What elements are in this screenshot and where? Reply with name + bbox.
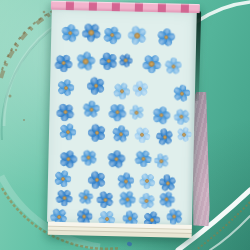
pressed-flower xyxy=(56,190,72,206)
pressed-flower xyxy=(57,103,74,120)
pressed-flower xyxy=(139,173,154,188)
pressed-flower xyxy=(60,124,76,140)
pressed-flower xyxy=(159,192,174,207)
pressed-flower xyxy=(82,23,100,41)
pressed-flower xyxy=(97,192,113,208)
pressed-flower xyxy=(100,52,117,69)
pressed-flower xyxy=(55,171,71,187)
pressed-flower xyxy=(76,52,94,70)
pressed-flower xyxy=(160,175,176,191)
flower-center xyxy=(83,59,88,64)
pressed-flower xyxy=(154,154,168,168)
pressed-flower xyxy=(128,26,146,44)
pressed-flower xyxy=(142,55,160,73)
pressed-flower xyxy=(60,150,77,167)
pressed-flower xyxy=(113,126,129,142)
pressed-flower xyxy=(119,191,135,207)
photo-scene xyxy=(0,0,250,250)
flower-center xyxy=(134,111,138,115)
pressed-flower xyxy=(139,193,154,208)
pressed-flower xyxy=(165,58,181,74)
pressed-flower xyxy=(119,54,132,67)
pressed-flower xyxy=(157,129,173,145)
pressed-flower xyxy=(58,80,74,96)
pressed-flower xyxy=(174,86,190,102)
pressed-flower xyxy=(108,151,125,168)
pressed-flower xyxy=(132,81,147,96)
pressed-flower xyxy=(87,77,104,94)
pressed-flower xyxy=(118,173,134,189)
pressed-flower xyxy=(104,26,121,43)
pressed-flower xyxy=(62,24,79,41)
flower-center xyxy=(84,196,88,200)
flower-center xyxy=(182,133,186,137)
flower-center xyxy=(89,30,94,35)
pressed-flower xyxy=(88,171,105,188)
pressed-flower xyxy=(83,101,99,117)
pressed-flower xyxy=(153,107,170,124)
flower-center xyxy=(149,61,154,66)
notepad xyxy=(47,1,197,238)
flower-center xyxy=(124,59,128,63)
pressed-flower xyxy=(88,124,105,141)
flower-sheet xyxy=(47,9,197,225)
pressed-flower xyxy=(177,128,191,142)
pressed-flower xyxy=(109,104,126,121)
pressed-flower xyxy=(134,127,149,142)
pressed-flower xyxy=(166,209,181,224)
pressed-flower xyxy=(81,150,96,165)
pressed-flower xyxy=(114,83,130,99)
pressed-flower xyxy=(158,29,175,46)
pressed-flower xyxy=(174,109,189,124)
gloss-arc-top-right xyxy=(196,2,250,22)
pressed-flower xyxy=(129,106,143,120)
flower-center xyxy=(159,159,163,163)
rust-dots xyxy=(9,11,46,121)
pressed-flower xyxy=(55,54,72,71)
pressed-flower xyxy=(135,151,151,167)
pressed-flower xyxy=(78,190,92,204)
flower-center xyxy=(135,33,140,38)
